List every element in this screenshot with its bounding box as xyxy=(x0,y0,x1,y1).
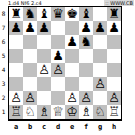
square-f4[interactable] xyxy=(79,63,93,77)
black-piece-p-g7[interactable]: ♟ xyxy=(94,21,106,35)
square-f3[interactable] xyxy=(79,77,93,91)
black-piece-b-c8[interactable]: ♝ xyxy=(38,7,50,21)
square-g6[interactable] xyxy=(93,35,107,49)
black-piece-k-e8[interactable]: ♚ xyxy=(66,7,78,21)
square-h3[interactable] xyxy=(107,77,121,91)
square-d3[interactable] xyxy=(51,77,65,91)
square-d5[interactable]: ♟ xyxy=(51,49,65,63)
square-a6[interactable] xyxy=(9,35,23,49)
white-piece-K-e1[interactable]: ♔ xyxy=(66,105,78,119)
square-g4[interactable] xyxy=(93,63,107,77)
square-b7[interactable]: ♟ xyxy=(23,21,37,35)
file-label-b: b xyxy=(23,122,37,133)
white-piece-P-h2[interactable]: ♙ xyxy=(108,91,120,105)
black-piece-n-f6[interactable]: ♞ xyxy=(80,35,92,49)
white-piece-Q-d1[interactable]: ♕ xyxy=(52,105,64,119)
square-b5[interactable] xyxy=(23,49,37,63)
square-g2[interactable] xyxy=(93,91,107,105)
square-f1[interactable]: ♗ xyxy=(79,105,93,119)
black-piece-p-d5[interactable]: ♟ xyxy=(52,49,64,63)
rank-label-2: 2 xyxy=(0,91,7,105)
square-e1[interactable]: ♔ xyxy=(65,105,79,119)
square-a2[interactable]: ♙ xyxy=(9,91,23,105)
square-g1[interactable]: ♘ xyxy=(93,105,107,119)
square-b4[interactable] xyxy=(23,63,37,77)
square-e3[interactable] xyxy=(65,77,79,91)
square-c1[interactable]: ♗ xyxy=(37,105,51,119)
square-c8[interactable]: ♝ xyxy=(37,7,51,21)
black-piece-b-f8[interactable]: ♝ xyxy=(80,7,92,21)
square-b3[interactable] xyxy=(23,77,37,91)
rank-label-4: 4 xyxy=(0,63,7,77)
file-label-g: g xyxy=(93,122,107,133)
file-label-f: f xyxy=(79,122,93,133)
square-e2[interactable]: ♙ xyxy=(65,91,79,105)
file-label-e: e xyxy=(65,122,79,133)
square-d4[interactable]: ♙ xyxy=(51,63,65,77)
square-c7[interactable]: ♟ xyxy=(37,21,51,35)
black-piece-r-h8[interactable]: ♜ xyxy=(108,7,120,21)
square-b1[interactable]: ♘ xyxy=(23,105,37,119)
square-e7[interactable] xyxy=(65,21,79,35)
square-b2[interactable]: ♙ xyxy=(23,91,37,105)
square-c5[interactable] xyxy=(37,49,51,63)
black-piece-p-h7[interactable]: ♟ xyxy=(108,21,120,35)
black-piece-q-d8[interactable]: ♛ xyxy=(52,7,64,21)
rank-label-5: 5 xyxy=(0,49,7,63)
square-a1[interactable]: ♖ xyxy=(9,105,23,119)
file-label-c: c xyxy=(37,122,51,133)
square-h1[interactable]: ♖ xyxy=(107,105,121,119)
square-e5[interactable] xyxy=(65,49,79,63)
white-piece-R-h1[interactable]: ♖ xyxy=(108,105,120,119)
square-e4[interactable] xyxy=(65,63,79,77)
black-piece-p-e6[interactable]: ♟ xyxy=(66,35,78,49)
chess-diagram: 1.d4 Nf6 2.c4 :: WWW.CB ♜♞♝♛♚♝♜♟♟♟♟♟♟♟♞♟… xyxy=(0,0,135,135)
square-a5[interactable] xyxy=(9,49,23,63)
square-d6[interactable] xyxy=(51,35,65,49)
square-e6[interactable]: ♟ xyxy=(65,35,79,49)
square-b8[interactable]: ♞ xyxy=(23,7,37,21)
white-piece-P-d4[interactable]: ♙ xyxy=(52,63,64,77)
square-c2[interactable] xyxy=(37,91,51,105)
square-d2[interactable] xyxy=(51,91,65,105)
square-f2[interactable]: ♙ xyxy=(79,91,93,105)
square-h6[interactable] xyxy=(107,35,121,49)
chess-board: ♜♞♝♛♚♝♜♟♟♟♟♟♟♟♞♟♙♙♙♙♙♙♙♙♖♘♗♕♔♗♘♖ xyxy=(8,6,122,121)
rank-label-8: 8 xyxy=(0,7,7,21)
black-piece-p-b7[interactable]: ♟ xyxy=(24,21,36,35)
square-h7[interactable]: ♟ xyxy=(107,21,121,35)
file-label-h: h xyxy=(107,122,121,133)
white-piece-P-a2[interactable]: ♙ xyxy=(10,91,22,105)
square-a7[interactable]: ♟ xyxy=(9,21,23,35)
white-piece-P-c4[interactable]: ♙ xyxy=(38,63,50,77)
square-e8[interactable]: ♚ xyxy=(65,7,79,21)
square-g3[interactable]: ♙ xyxy=(93,77,107,91)
black-piece-n-b8[interactable]: ♞ xyxy=(24,7,36,21)
square-h8[interactable]: ♜ xyxy=(107,7,121,21)
white-piece-P-b2[interactable]: ♙ xyxy=(24,91,36,105)
black-piece-p-a7[interactable]: ♟ xyxy=(10,21,22,35)
square-f5[interactable] xyxy=(79,49,93,63)
square-h2[interactable]: ♙ xyxy=(107,91,121,105)
square-c4[interactable]: ♙ xyxy=(37,63,51,77)
rank-label-3: 3 xyxy=(0,77,7,91)
square-b6[interactable] xyxy=(23,35,37,49)
white-piece-N-g1[interactable]: ♘ xyxy=(94,105,106,119)
square-d7[interactable] xyxy=(51,21,65,35)
square-h4[interactable] xyxy=(107,63,121,77)
black-piece-p-c7[interactable]: ♟ xyxy=(38,21,50,35)
square-d8[interactable]: ♛ xyxy=(51,7,65,21)
square-c6[interactable] xyxy=(37,35,51,49)
white-piece-R-a1[interactable]: ♖ xyxy=(10,105,22,119)
white-piece-P-g3[interactable]: ♙ xyxy=(94,77,106,91)
square-d1[interactable]: ♕ xyxy=(51,105,65,119)
square-f7[interactable]: ♟ xyxy=(79,21,93,35)
square-f8[interactable]: ♝ xyxy=(79,7,93,21)
black-piece-p-f7[interactable]: ♟ xyxy=(80,21,92,35)
square-a4[interactable] xyxy=(9,63,23,77)
white-piece-B-c1[interactable]: ♗ xyxy=(38,105,50,119)
white-piece-N-b1[interactable]: ♘ xyxy=(24,105,36,119)
black-piece-r-a8[interactable]: ♜ xyxy=(10,7,22,21)
rank-label-6: 6 xyxy=(0,35,7,49)
square-a8[interactable]: ♜ xyxy=(9,7,23,21)
white-piece-P-f2[interactable]: ♙ xyxy=(80,91,92,105)
file-label-a: a xyxy=(9,122,23,133)
square-a3[interactable] xyxy=(9,77,23,91)
square-g7[interactable]: ♟ xyxy=(93,21,107,35)
square-h5[interactable] xyxy=(107,49,121,63)
rank-label-1: 1 xyxy=(0,105,7,119)
white-piece-B-f1[interactable]: ♗ xyxy=(80,105,92,119)
file-label-d: d xyxy=(51,122,65,133)
square-c3[interactable] xyxy=(37,77,51,91)
square-f6[interactable]: ♞ xyxy=(79,35,93,49)
white-piece-P-e2[interactable]: ♙ xyxy=(66,91,78,105)
square-g8[interactable] xyxy=(93,7,107,21)
rank-label-7: 7 xyxy=(0,21,7,35)
square-g5[interactable] xyxy=(93,49,107,63)
